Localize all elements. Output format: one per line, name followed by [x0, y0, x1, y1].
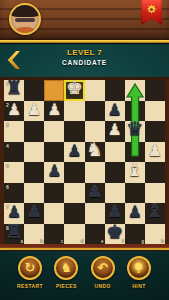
square-a1[interactable]: 1 [4, 80, 24, 101]
difficulty-title: CANDIDATE [0, 59, 169, 66]
avatar-glasses [15, 18, 35, 22]
square-d4[interactable] [64, 142, 84, 163]
square-h3[interactable] [145, 121, 165, 142]
square-e6[interactable] [85, 183, 105, 204]
square-b7[interactable] [24, 203, 44, 224]
square-a5[interactable]: 5 [4, 162, 24, 183]
square-c5[interactable] [44, 162, 64, 183]
restart-icon: ↻ [18, 256, 42, 280]
square-a7[interactable]: 7 [4, 203, 24, 224]
square-c4[interactable] [44, 142, 64, 163]
square-b8[interactable]: b [24, 224, 44, 245]
undo-button[interactable]: ↶UNDO [85, 256, 121, 289]
toolbar-label: HINT [132, 283, 145, 289]
undo-icon: ↶ [91, 256, 115, 280]
restart-button[interactable]: ↻RESTART [12, 256, 48, 289]
square-d5[interactable] [64, 162, 84, 183]
square-h1[interactable] [145, 80, 165, 101]
square-e2[interactable] [85, 101, 105, 122]
square-f3[interactable] [105, 121, 125, 142]
square-c2[interactable] [44, 101, 64, 122]
square-a8[interactable]: 8a [4, 224, 24, 245]
square-c8[interactable]: c [44, 224, 64, 245]
toolbar-label: RESTART [17, 283, 43, 289]
pieces-button[interactable]: ♞PIECES [48, 256, 84, 289]
rank-label: 4 [6, 143, 9, 149]
square-d1[interactable] [64, 80, 84, 101]
square-h2[interactable] [145, 101, 165, 122]
board-frame-bottom [0, 244, 169, 251]
square-b3[interactable] [24, 121, 44, 142]
level-title: LEVEL 7 [0, 48, 169, 57]
square-h4[interactable] [145, 142, 165, 163]
avatar-hair [9, 3, 41, 17]
square-f5[interactable] [105, 162, 125, 183]
square-c3[interactable] [44, 121, 64, 142]
square-h7[interactable] [145, 203, 165, 224]
rank-label: 3 [6, 122, 9, 128]
square-b2[interactable] [24, 101, 44, 122]
hint-button[interactable]: HINT [121, 256, 157, 289]
bottom-toolbar: ↻RESTART♞PIECES↶UNDOHINT [0, 256, 169, 289]
rank-label: 2 [6, 102, 9, 108]
square-c7[interactable] [44, 203, 64, 224]
square-f2[interactable] [105, 101, 125, 122]
square-d3[interactable] [64, 121, 84, 142]
chess-board-frame: 12345678abcdefgh ♜♚♟♟♟♟♟♛♟♞♟♟♝♟♟♟♟♟♝♜♚ [0, 77, 169, 251]
square-a3[interactable]: 3 [4, 121, 24, 142]
rank-label: 8 [6, 225, 9, 231]
square-e5[interactable] [85, 162, 105, 183]
toolbar-label: UNDO [94, 283, 110, 289]
square-f7[interactable] [105, 203, 125, 224]
rank-label: 5 [6, 163, 9, 169]
square-e1[interactable] [85, 80, 105, 101]
gold-divider [0, 40, 169, 43]
square-d6[interactable] [64, 183, 84, 204]
square-d2[interactable] [64, 101, 84, 122]
avatar-shirt [14, 27, 36, 35]
square-e4[interactable] [85, 142, 105, 163]
gear-center-dot [150, 8, 153, 11]
top-bar: ✸ [0, 0, 169, 40]
pieces-icon: ♞ [54, 256, 78, 280]
square-e8[interactable]: e [85, 224, 105, 245]
chess-board[interactable]: 12345678abcdefgh ♜♚♟♟♟♟♟♛♟♞♟♟♝♟♟♟♟♟♝♜♚ [4, 80, 165, 244]
square-e7[interactable] [85, 203, 105, 224]
square-f6[interactable] [105, 183, 125, 204]
hint-arrow [125, 83, 145, 233]
square-f1[interactable] [105, 80, 125, 101]
square-c1[interactable] [44, 80, 64, 101]
square-f8[interactable]: f [105, 224, 125, 245]
rank-label: 7 [6, 204, 9, 210]
square-d8[interactable]: d [64, 224, 84, 245]
square-b5[interactable] [24, 162, 44, 183]
rank-label: 1 [6, 81, 9, 87]
square-b4[interactable] [24, 142, 44, 163]
square-h6[interactable] [145, 183, 165, 204]
hint-icon [127, 256, 151, 280]
square-d7[interactable] [64, 203, 84, 224]
profile-avatar[interactable] [9, 3, 41, 35]
square-b6[interactable] [24, 183, 44, 204]
square-b1[interactable] [24, 80, 44, 101]
square-a2[interactable]: 2 [4, 101, 24, 122]
toolbar-label: PIECES [56, 283, 77, 289]
square-c6[interactable] [44, 183, 64, 204]
square-e3[interactable] [85, 121, 105, 142]
square-h8[interactable]: h [145, 224, 165, 245]
rank-label: 6 [6, 184, 9, 190]
square-h5[interactable] [145, 162, 165, 183]
lightbulb-shape [135, 263, 142, 270]
square-a6[interactable]: 6 [4, 183, 24, 204]
settings-ribbon[interactable]: ✸ [141, 0, 162, 25]
chess-app-screen: ✸ LEVEL 7 CANDIDATE 12345678abcdefgh ♜♚♟… [0, 0, 169, 300]
square-f4[interactable] [105, 142, 125, 163]
square-a4[interactable]: 4 [4, 142, 24, 163]
